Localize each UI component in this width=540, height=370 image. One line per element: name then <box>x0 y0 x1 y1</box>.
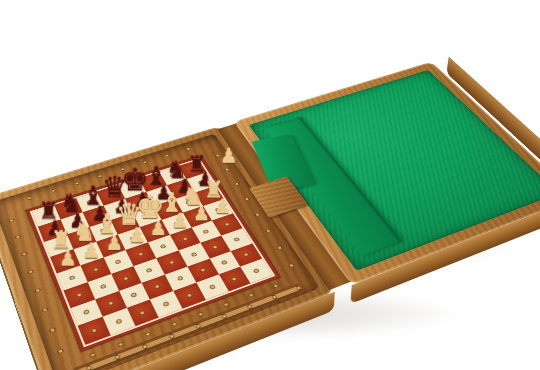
peg-hole <box>177 276 184 281</box>
piece-white-pawn[interactable]: ♟ <box>105 233 123 253</box>
peg-hole <box>231 276 238 281</box>
peg-hole <box>90 328 97 334</box>
rim-white-pawn[interactable]: ♟ <box>220 147 238 167</box>
piece-white-pawn[interactable]: ♟ <box>214 197 231 216</box>
product-photo-scene: ♜♞♝♛♚♝♞♜♟♟♟♟♟♟♟♟♜♞♝♛♚♝♞♜♟♟♟♟♟♟♟♟ ♟ <box>0 0 540 370</box>
peg-hole <box>212 244 219 249</box>
peg-hole <box>186 293 193 299</box>
peg-hole <box>221 260 228 265</box>
peg-hole <box>154 284 161 290</box>
peg-hole <box>131 292 138 298</box>
peg-hole <box>92 267 99 272</box>
piece-white-pawn[interactable]: ♟ <box>59 249 77 269</box>
peg-hole <box>76 292 83 298</box>
peg-hole <box>243 252 250 257</box>
peg-hole <box>139 310 146 316</box>
piece-white-pawn[interactable]: ♟ <box>128 226 146 246</box>
peg-hole <box>190 252 197 257</box>
piece-white-pawn[interactable]: ♟ <box>172 211 189 230</box>
peg-hole <box>115 319 122 325</box>
peg-hole <box>168 260 175 265</box>
peg-hole <box>138 251 145 256</box>
peg-hole <box>69 275 76 280</box>
peg-hole <box>107 301 114 307</box>
peg-hole <box>146 267 153 272</box>
peg-hole <box>209 284 216 290</box>
brass-clasp-icon <box>14 298 22 326</box>
peg-hole <box>160 244 167 249</box>
peg-hole <box>224 222 231 227</box>
peg-hole <box>99 284 106 290</box>
piece-white-pawn[interactable]: ♟ <box>193 204 210 223</box>
peg-hole <box>199 268 206 273</box>
piece-white-pawn[interactable]: ♟ <box>150 219 167 238</box>
peg-hole <box>233 237 240 242</box>
peg-hole <box>123 275 130 280</box>
peg-hole <box>115 259 122 264</box>
piece-white-pawn[interactable]: ♟ <box>83 241 101 261</box>
peg-hole <box>83 309 90 315</box>
peg-hole <box>203 229 210 234</box>
peg-hole <box>163 301 170 307</box>
peg-hole <box>181 236 188 241</box>
peg-hole <box>253 268 260 273</box>
open-chess-box: ♜♞♝♛♚♝♞♜♟♟♟♟♟♟♟♟♜♞♝♛♚♝♞♜♟♟♟♟♟♟♟♟ ♟ <box>0 62 540 370</box>
